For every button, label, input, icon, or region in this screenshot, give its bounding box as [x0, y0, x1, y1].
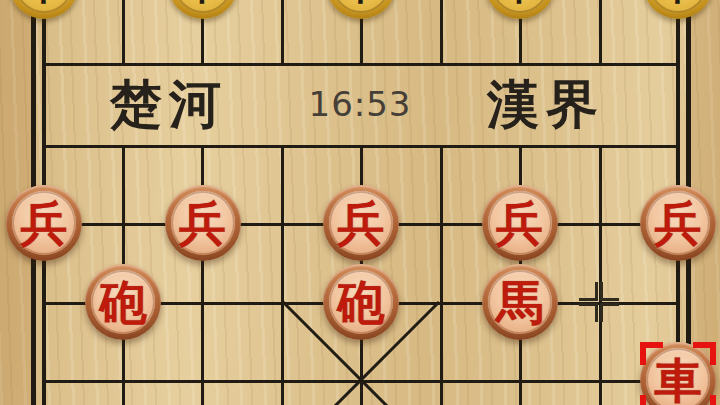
- board-cell[interactable]: [201, 302, 281, 380]
- crosshair-cursor-marker: [577, 280, 621, 324]
- board-cell[interactable]: [519, 380, 599, 405]
- piece-glyph: 砲: [100, 279, 147, 326]
- piece-face: 兵: [646, 191, 710, 255]
- piece-glyph: 卒: [499, 0, 541, 5]
- xiangqi-board: 楚河 16:53 漢界 卒卒卒卒卒兵兵兵兵兵砲砲馬車: [0, 0, 720, 405]
- piece-face: 卒: [491, 0, 549, 13]
- piece-glyph: 兵: [21, 200, 68, 247]
- piece-兵[interactable]: 兵: [323, 185, 399, 261]
- selection-corner-bl: [640, 395, 663, 405]
- selection-corner-tr: [693, 342, 716, 365]
- crosshair-corner-tl: [579, 282, 598, 301]
- crosshair-corner-bl: [579, 303, 598, 322]
- piece-face: 兵: [488, 191, 552, 255]
- piece-兵[interactable]: 兵: [6, 185, 82, 261]
- river-label-han-jie: 漢界: [487, 76, 605, 132]
- piece-glyph: 兵: [338, 200, 385, 247]
- crosshair-corner-br: [600, 303, 619, 322]
- piece-face: 卒: [332, 0, 390, 13]
- piece-face: 馬: [488, 270, 552, 334]
- board-cell[interactable]: [599, 63, 679, 145]
- piece-face: 卒: [174, 0, 232, 13]
- piece-砲[interactable]: 砲: [323, 264, 399, 340]
- board-cell[interactable]: [440, 380, 520, 405]
- piece-face: 兵: [329, 191, 393, 255]
- piece-face: 兵: [171, 191, 235, 255]
- piece-glyph: 卒: [340, 0, 382, 5]
- piece-face: 兵: [12, 191, 76, 255]
- piece-glyph: 砲: [338, 279, 385, 326]
- board-cell[interactable]: [122, 380, 202, 405]
- piece-face: 砲: [91, 270, 155, 334]
- piece-glyph: 卒: [23, 0, 65, 5]
- selection-corner-br: [693, 395, 716, 405]
- piece-face: 卒: [15, 0, 73, 13]
- piece-face: 卒: [649, 0, 707, 13]
- piece-glyph: 兵: [655, 200, 702, 247]
- game-timer: 16:53: [300, 85, 420, 123]
- piece-glyph: 卒: [182, 0, 224, 5]
- piece-glyph: 卒: [657, 0, 699, 5]
- board-cell[interactable]: [201, 380, 281, 405]
- selection-brackets: [640, 342, 716, 405]
- piece-砲[interactable]: 砲: [85, 264, 161, 340]
- piece-兵[interactable]: 兵: [640, 185, 716, 261]
- piece-glyph: 馬: [496, 279, 543, 326]
- piece-兵[interactable]: 兵: [165, 185, 241, 261]
- piece-glyph: 兵: [179, 200, 226, 247]
- board-cell[interactable]: [42, 380, 122, 405]
- piece-兵[interactable]: 兵: [482, 185, 558, 261]
- piece-face: 砲: [329, 270, 393, 334]
- crosshair-corner-tr: [600, 282, 619, 301]
- selection-corner-tl: [640, 342, 663, 365]
- piece-glyph: 兵: [496, 200, 543, 247]
- river-label-chu-he: 楚河: [110, 76, 228, 132]
- piece-馬[interactable]: 馬: [482, 264, 558, 340]
